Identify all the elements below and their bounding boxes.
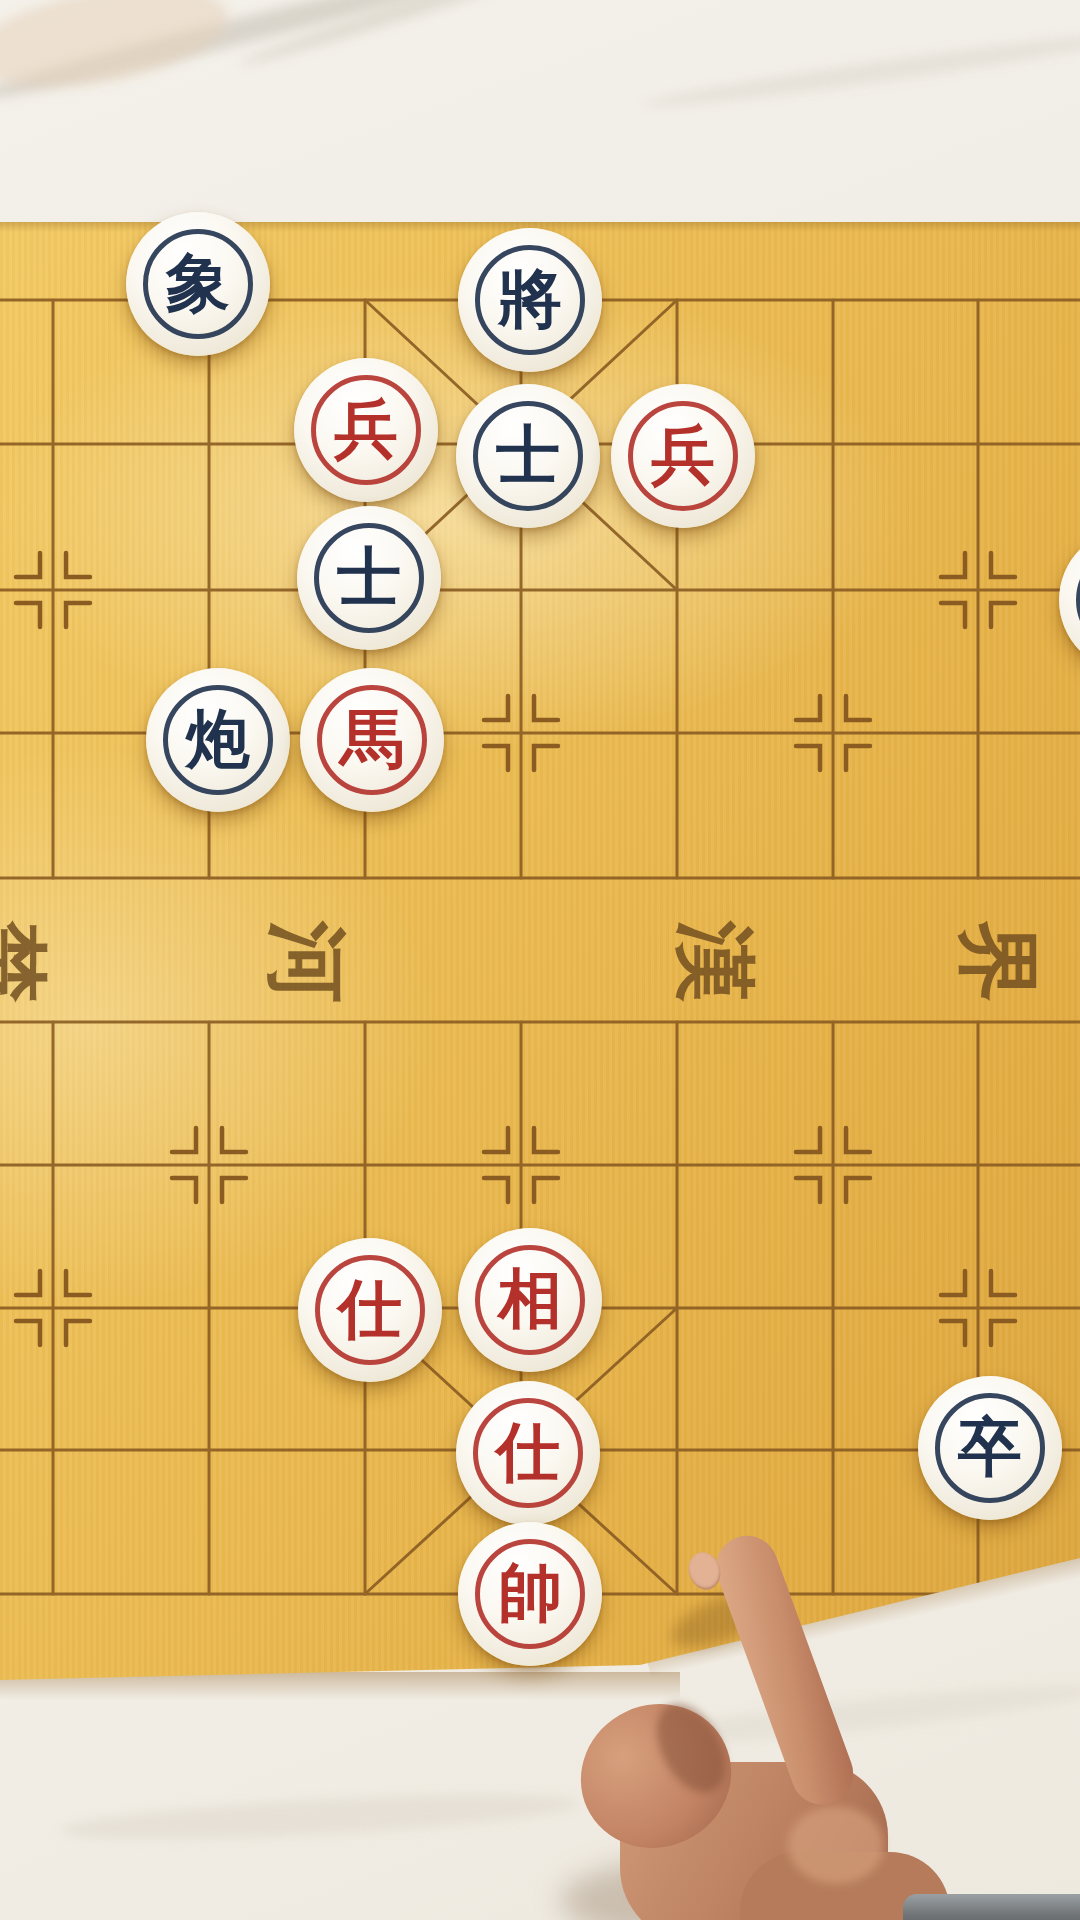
- hand-crease: [643, 1692, 739, 1804]
- piece-ring: [1076, 545, 1080, 655]
- piece-glyph: 馬: [340, 707, 404, 771]
- piece-glyph: 仕: [496, 1420, 560, 1484]
- piece-red-soldier-d2[interactable]: 兵: [294, 358, 438, 502]
- piece-red-advisor-d8[interactable]: 仕: [298, 1238, 442, 1382]
- piece-black-general-e1[interactable]: 將: [458, 228, 602, 372]
- hand-curled-finger: [557, 1680, 755, 1873]
- piece-black-elephant-c1[interactable]: 象: [126, 212, 270, 356]
- piece-red-elephant-e8[interactable]: 相: [458, 1228, 602, 1372]
- piece-glyph: 士: [496, 423, 560, 487]
- river-label-河: 河: [258, 914, 354, 1010]
- piece-glyph: 仕: [338, 1277, 402, 1341]
- river-label-界: 界: [949, 914, 1045, 1010]
- piece-glyph: 炮: [186, 707, 250, 771]
- piece-glyph: 將: [498, 267, 562, 331]
- river-label-漢: 漢: [666, 914, 762, 1010]
- piece-glyph: 士: [337, 545, 401, 609]
- piece-red-soldier-f2[interactable]: 兵: [611, 384, 755, 528]
- piece-glyph: 象: [166, 251, 230, 315]
- piece-glyph: 兵: [651, 423, 715, 487]
- piece-red-general-e10[interactable]: 帥: [458, 1522, 602, 1666]
- river-label-楚: 楚: [0, 914, 54, 1010]
- xiangqi-photo-scene: 楚河漢界 象將兵士兵士象炮馬仕相仕卒帥: [0, 0, 1080, 1920]
- piece-red-horse-d4[interactable]: 馬: [300, 668, 444, 812]
- piece-black-advisor-d3[interactable]: 士: [297, 506, 441, 650]
- piece-black-cannon-c4[interactable]: 炮: [146, 668, 290, 812]
- piece-black-advisor-e2[interactable]: 士: [456, 384, 600, 528]
- hand-shadow: [560, 1856, 890, 1920]
- piece-black-soldier-h9[interactable]: 卒: [918, 1376, 1062, 1520]
- table-edge-object: [903, 1894, 1080, 1920]
- marble-vein: [59, 1786, 580, 1847]
- marble-vein: [641, 25, 1080, 114]
- piece-glyph: 帥: [498, 1561, 562, 1625]
- piece-red-advisor-e9[interactable]: 仕: [456, 1381, 600, 1525]
- piece-glyph: 兵: [334, 397, 398, 461]
- piece-glyph: 相: [498, 1267, 562, 1331]
- marble-vein: [620, 1675, 1080, 1755]
- piece-glyph: 卒: [958, 1415, 1022, 1479]
